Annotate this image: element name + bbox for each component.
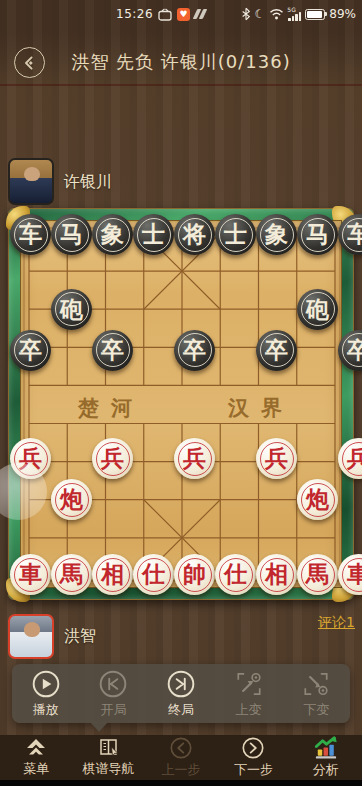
board-grid[interactable]: 车马象士将士象马车砲砲卒卒卒卒卒兵兵兵兵兵炮炮車馬相仕帥仕相馬車 xyxy=(10,214,354,595)
play-label: 播放 xyxy=(33,701,59,719)
bottom-nav-bar: 菜单 棋谱导航 上一步 下一步 分析 xyxy=(0,735,362,780)
next-variation-label: 下变 xyxy=(303,701,329,719)
piece-black-soldier[interactable]: 卒 xyxy=(256,330,297,371)
piece-black-cannon[interactable]: 砲 xyxy=(51,289,92,330)
home-indicator-strip xyxy=(0,780,362,786)
notation-nav-icon xyxy=(96,737,122,759)
nav-prev-move-label: 上一步 xyxy=(162,761,201,779)
piece-red-general[interactable]: 帥 xyxy=(174,554,215,595)
piece-red-cannon[interactable]: 炮 xyxy=(51,479,92,520)
xiangqi-board: 楚河 汉界 车马象士将士象马车砲砲卒卒卒卒卒兵兵兵兵兵炮炮車馬相仕帥仕相馬車 xyxy=(8,208,354,600)
skip-end-icon xyxy=(166,669,196,699)
piece-red-advisor[interactable]: 仕 xyxy=(133,554,174,595)
piece-red-advisor[interactable]: 仕 xyxy=(215,554,256,595)
piece-black-horse[interactable]: 马 xyxy=(297,214,338,255)
piece-black-cannon[interactable]: 砲 xyxy=(297,289,338,330)
piece-red-rook[interactable]: 車 xyxy=(10,554,51,595)
next-variation-icon xyxy=(301,669,331,699)
piece-black-advisor[interactable]: 士 xyxy=(133,214,174,255)
wifi-icon xyxy=(269,8,284,20)
nav-next-move-label: 下一步 xyxy=(234,761,273,779)
piece-black-advisor[interactable]: 士 xyxy=(215,214,256,255)
piece-red-elephant[interactable]: 相 xyxy=(256,554,297,595)
prev-variation-icon xyxy=(234,669,264,699)
battery-percent: 89% xyxy=(329,7,356,21)
nav-next-move[interactable]: 下一步 xyxy=(217,736,289,779)
piece-red-soldier[interactable]: 兵 xyxy=(256,438,297,479)
piece-red-horse[interactable]: 馬 xyxy=(51,554,92,595)
piece-black-horse[interactable]: 马 xyxy=(51,214,92,255)
avatar-top-player[interactable] xyxy=(8,158,54,205)
status-bar: 15:26 ♥ ☾ 5G 89% xyxy=(0,0,362,30)
piece-black-general[interactable]: 将 xyxy=(174,214,215,255)
piece-red-rook[interactable]: 車 xyxy=(338,554,362,595)
title-bar: 洪智 先负 许银川(0/136) xyxy=(0,44,362,84)
comment-link[interactable]: 评论1 xyxy=(318,614,355,632)
nav-notation[interactable]: 棋谱导航 xyxy=(72,737,144,778)
piece-red-soldier[interactable]: 兵 xyxy=(174,438,215,479)
play-button[interactable]: 播放 xyxy=(12,669,80,719)
signal-5g-icon: 5G xyxy=(288,8,301,21)
skip-start-button[interactable]: 开局 xyxy=(80,669,148,719)
skip-start-icon xyxy=(98,669,128,699)
skip-end-button[interactable]: 终局 xyxy=(147,669,215,719)
dnd-moon-icon: ☾ xyxy=(255,7,266,21)
piece-red-soldier[interactable]: 兵 xyxy=(92,438,133,479)
clock: 15:26 xyxy=(116,7,153,21)
piece-black-elephant[interactable]: 象 xyxy=(92,214,133,255)
top-player-name: 许银川 xyxy=(64,172,112,193)
title-separator xyxy=(0,84,362,86)
piece-black-rook[interactable]: 车 xyxy=(10,214,51,255)
piece-red-horse[interactable]: 馬 xyxy=(297,554,338,595)
nav-analysis-label: 分析 xyxy=(313,761,339,779)
piece-red-soldier[interactable]: 兵 xyxy=(338,438,362,479)
piece-black-soldier[interactable]: 卒 xyxy=(10,330,51,371)
skip-end-label: 终局 xyxy=(168,701,194,719)
nav-menu-label: 菜单 xyxy=(23,760,49,778)
playback-panel: 播放 开局 终局 上变 下变 xyxy=(12,664,350,723)
network-label: 5G xyxy=(287,6,295,13)
nav-analysis[interactable]: 分析 xyxy=(290,736,362,779)
nav-prev-move[interactable]: 上一步 xyxy=(145,736,217,779)
piece-black-elephant[interactable]: 象 xyxy=(256,214,297,255)
menu-icon xyxy=(23,737,49,759)
avatar-bottom-player[interactable] xyxy=(8,614,54,659)
piece-black-rook[interactable]: 车 xyxy=(338,214,362,255)
prev-variation-button[interactable]: 上变 xyxy=(215,669,283,719)
next-variation-button[interactable]: 下变 xyxy=(282,669,350,719)
battery-icon xyxy=(305,9,325,20)
analysis-icon xyxy=(312,736,339,760)
popup-pointer xyxy=(90,722,108,732)
piece-red-elephant[interactable]: 相 xyxy=(92,554,133,595)
prev-variation-label: 上变 xyxy=(236,701,262,719)
double-slash-icon xyxy=(195,9,205,19)
play-circle-icon xyxy=(31,669,61,699)
piece-black-soldier[interactable]: 卒 xyxy=(92,330,133,371)
next-move-icon xyxy=(241,736,265,760)
piece-black-soldier[interactable]: 卒 xyxy=(338,330,362,371)
heart-app-icon: ♥ xyxy=(177,8,190,21)
bottom-player-name: 洪智 xyxy=(64,626,96,647)
tv-icon xyxy=(158,8,172,21)
skip-start-label: 开局 xyxy=(100,701,126,719)
piece-black-soldier[interactable]: 卒 xyxy=(174,330,215,371)
page-title: 洪智 先负 许银川(0/136) xyxy=(0,50,362,74)
prev-move-icon xyxy=(169,736,193,760)
bluetooth-icon xyxy=(241,7,251,21)
nav-notation-label: 棋谱导航 xyxy=(83,760,135,778)
nav-menu[interactable]: 菜单 xyxy=(0,737,72,778)
piece-red-cannon[interactable]: 炮 xyxy=(297,479,338,520)
